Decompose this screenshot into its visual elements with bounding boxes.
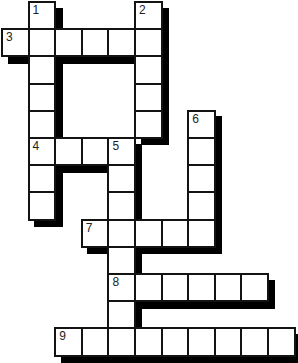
clue-number: 8 [112,276,134,288]
crossword-cell[interactable] [81,28,110,57]
crossword-cell[interactable]: 9 [54,327,83,356]
crossword-cell[interactable] [187,191,216,220]
crossword-cell[interactable] [134,28,163,57]
clue-number: 7 [86,222,108,234]
clue-number: 3 [6,31,28,43]
crossword-cell[interactable] [107,246,136,275]
crossword-cell[interactable]: 4 [28,137,57,166]
crossword-cell[interactable] [187,164,216,193]
crossword-cell[interactable] [28,28,57,57]
crossword-cell[interactable] [134,55,163,84]
crossword-cell[interactable] [107,219,136,248]
crossword-cell[interactable] [134,110,163,139]
crossword-cell[interactable] [81,327,110,356]
crossword-cell[interactable] [214,327,243,356]
crossword-cell[interactable] [161,219,190,248]
crossword-cell[interactable]: 7 [81,219,110,248]
crossword-cell[interactable] [81,137,110,166]
crossword-cell[interactable] [187,273,216,302]
crossword-cell[interactable] [107,327,136,356]
board-cell-layer: 123645789 [0,0,298,363]
crossword-cell[interactable] [240,327,269,356]
crossword-cell[interactable] [28,110,57,139]
crossword-cell[interactable] [107,300,136,329]
crossword-cell[interactable]: 1 [28,1,57,30]
crossword-cell[interactable] [54,137,83,166]
crossword-cell[interactable] [107,191,136,220]
crossword-board: 123645789 [0,0,298,363]
crossword-cell[interactable]: 2 [134,1,163,30]
crossword-cell[interactable] [107,28,136,57]
crossword-cell[interactable] [28,164,57,193]
clue-number: 5 [112,140,134,152]
crossword-cell[interactable] [134,273,163,302]
crossword-cell[interactable]: 3 [1,28,30,57]
clue-number: 2 [139,4,161,16]
crossword-cell[interactable] [134,219,163,248]
crossword-cell[interactable] [187,219,216,248]
crossword-cell[interactable] [187,137,216,166]
crossword-cell[interactable] [187,327,216,356]
crossword-cell[interactable] [267,327,296,356]
clue-number: 4 [33,140,55,152]
crossword-cell[interactable] [161,273,190,302]
crossword-cell[interactable] [240,273,269,302]
crossword-cell[interactable]: 6 [187,110,216,139]
crossword-cell[interactable] [134,83,163,112]
crossword-page: 123645789 [0,0,298,363]
crossword-cell[interactable] [54,28,83,57]
clue-number: 9 [59,330,81,342]
crossword-cell[interactable] [134,327,163,356]
crossword-cell[interactable] [28,83,57,112]
clue-number: 6 [192,113,214,125]
crossword-cell[interactable] [214,273,243,302]
crossword-cell[interactable]: 5 [107,137,136,166]
crossword-cell[interactable] [161,327,190,356]
clue-number: 1 [33,4,55,16]
crossword-cell[interactable] [28,55,57,84]
crossword-cell[interactable] [107,164,136,193]
crossword-cell[interactable] [28,191,57,220]
crossword-cell[interactable]: 8 [107,273,136,302]
